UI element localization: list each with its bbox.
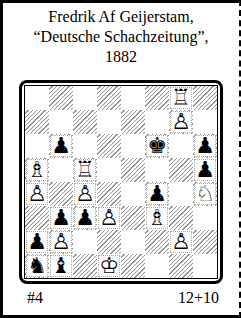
stipulation-label: #4 [27, 289, 43, 307]
square-c1 [73, 254, 97, 278]
white-pawn-on-g2: ♙ [171, 230, 191, 254]
square-b5 [49, 158, 73, 182]
square-c8 [73, 86, 97, 110]
problem-title: Fredrik Af Geijerstam, “Deutsche Schachz… [3, 7, 239, 67]
square-a1: ♞ [25, 254, 49, 278]
square-h8 [193, 86, 217, 110]
square-e5 [121, 158, 145, 182]
square-h7 [193, 110, 217, 134]
square-d7 [97, 110, 121, 134]
square-a4: ♙ [25, 182, 49, 206]
white-knight-on-h4: ♘ [195, 182, 215, 206]
white-bishop-on-a5: ♗ [27, 158, 47, 182]
black-pawn-on-a2: ♟ [27, 230, 47, 254]
black-pawn-on-c3: ♟ [75, 206, 95, 230]
square-f2 [145, 230, 169, 254]
white-king-on-d1: ♔ [99, 254, 119, 278]
white-bishop-on-f3: ♗ [147, 206, 167, 230]
square-b2: ♙ [49, 230, 73, 254]
square-f1 [145, 254, 169, 278]
square-g4 [169, 182, 193, 206]
white-rook-on-c5: ♖ [75, 158, 95, 182]
square-f4: ♟ [145, 182, 169, 206]
white-pawn-on-g7: ♙ [171, 110, 191, 134]
square-b8 [49, 86, 73, 110]
square-g8: ♖ [169, 86, 193, 110]
title-year: 1882 [3, 47, 239, 67]
square-h6: ♟ [193, 134, 217, 158]
black-pawn-on-b3: ♟ [51, 206, 71, 230]
square-a5: ♗ [25, 158, 49, 182]
square-b6: ♟ [49, 134, 73, 158]
square-b4 [49, 182, 73, 206]
square-f7 [145, 110, 169, 134]
square-e8 [121, 86, 145, 110]
black-knight-on-a1: ♞ [27, 254, 47, 278]
square-d1: ♔ [97, 254, 121, 278]
square-a8 [25, 86, 49, 110]
square-e2 [121, 230, 145, 254]
white-pawn-on-c4: ♙ [75, 182, 95, 206]
white-pawn-on-a4: ♙ [27, 182, 47, 206]
square-h3 [193, 206, 217, 230]
chess-board-frame: ♖♙♟♚♟♗♖♟♙♙♟♘♟♟♙♗♟♙♙♞♝♔ [19, 80, 223, 284]
square-g6 [169, 134, 193, 158]
title-source: “Deutsche Schachzeitung”, [3, 27, 239, 47]
square-c3: ♟ [73, 206, 97, 230]
square-b7 [49, 110, 73, 134]
square-d5 [97, 158, 121, 182]
black-pawn-on-b6: ♟ [51, 134, 71, 158]
square-g3 [169, 206, 193, 230]
square-a3 [25, 206, 49, 230]
square-b3: ♟ [49, 206, 73, 230]
square-g1 [169, 254, 193, 278]
white-rook-on-g8: ♖ [171, 86, 191, 110]
square-d8 [97, 86, 121, 110]
square-f5 [145, 158, 169, 182]
square-h4: ♘ [193, 182, 217, 206]
square-d6 [97, 134, 121, 158]
title-author: Fredrik Af Geijerstam, [3, 7, 239, 27]
square-e4 [121, 182, 145, 206]
square-e6 [121, 134, 145, 158]
square-f6: ♚ [145, 134, 169, 158]
square-d4 [97, 182, 121, 206]
white-pawn-on-b2: ♙ [51, 230, 71, 254]
square-h5: ♟ [193, 158, 217, 182]
square-c2 [73, 230, 97, 254]
black-bishop-on-b1: ♝ [51, 254, 71, 278]
black-pawn-on-h6: ♟ [195, 134, 215, 158]
square-a2: ♟ [25, 230, 49, 254]
chess-board: ♖♙♟♚♟♗♖♟♙♙♟♘♟♟♙♗♟♙♙♞♝♔ [24, 85, 218, 279]
problem-page: Fredrik Af Geijerstam, “Deutsche Schachz… [0, 0, 241, 318]
square-g7: ♙ [169, 110, 193, 134]
square-e1 [121, 254, 145, 278]
square-c6 [73, 134, 97, 158]
black-pawn-on-f4: ♟ [147, 182, 167, 206]
square-f3: ♗ [145, 206, 169, 230]
caption-row: #4 12+10 [3, 289, 239, 307]
square-e3 [121, 206, 145, 230]
square-h2 [193, 230, 217, 254]
square-e7 [121, 110, 145, 134]
square-d3: ♙ [97, 206, 121, 230]
square-c7 [73, 110, 97, 134]
white-pawn-on-d3: ♙ [99, 206, 119, 230]
square-c5: ♖ [73, 158, 97, 182]
square-g5 [169, 158, 193, 182]
square-h1 [193, 254, 217, 278]
square-f8 [145, 86, 169, 110]
square-a7 [25, 110, 49, 134]
board-area: ♖♙♟♚♟♗♖♟♙♙♟♘♟♟♙♗♟♙♙♞♝♔ [3, 80, 239, 284]
square-c4: ♙ [73, 182, 97, 206]
piece-count-label: 12+10 [178, 289, 219, 307]
square-g2: ♙ [169, 230, 193, 254]
black-pawn-on-h5: ♟ [195, 158, 215, 182]
square-b1: ♝ [49, 254, 73, 278]
square-d2 [97, 230, 121, 254]
black-king-on-f6: ♚ [147, 134, 167, 158]
square-a6 [25, 134, 49, 158]
